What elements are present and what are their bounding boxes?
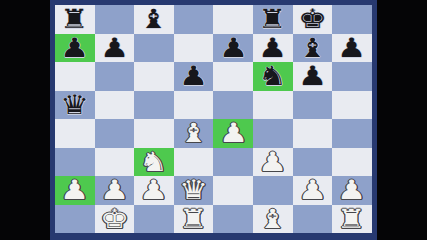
- square-a4[interactable]: [55, 119, 95, 148]
- white-pawn[interactable]: ♟: [100, 176, 129, 205]
- black-pawn[interactable]: ♟: [100, 33, 129, 62]
- square-d4[interactable]: ♝: [174, 119, 214, 148]
- square-f6[interactable]: ♞: [253, 62, 293, 91]
- square-d8[interactable]: [174, 5, 214, 34]
- square-h6[interactable]: [332, 62, 372, 91]
- white-pawn[interactable]: ♟: [139, 176, 168, 205]
- black-king[interactable]: ♚: [298, 5, 327, 34]
- square-c3[interactable]: ♞: [134, 148, 174, 177]
- square-e8[interactable]: [213, 5, 253, 34]
- white-queen[interactable]: ♛: [179, 176, 208, 205]
- black-bishop[interactable]: ♝: [139, 5, 168, 34]
- square-g1[interactable]: [293, 205, 333, 234]
- square-e7[interactable]: ♟: [213, 34, 253, 63]
- board-frame: ♜♝♜♚♟♟♟♟♝♟♟♞♟♛♝♟♞♟♟♟♟♛♟♟♚♜♝♜: [50, 0, 377, 240]
- video-frame: ♜♝♜♚♟♟♟♟♝♟♟♞♟♛♝♟♞♟♟♟♟♛♟♟♚♜♝♜: [0, 0, 427, 240]
- square-a1[interactable]: [55, 205, 95, 234]
- white-knight[interactable]: ♞: [139, 147, 168, 176]
- white-pawn[interactable]: ♟: [337, 176, 366, 205]
- square-e6[interactable]: [213, 62, 253, 91]
- square-c4[interactable]: [134, 119, 174, 148]
- square-d5[interactable]: [174, 91, 214, 120]
- square-g7[interactable]: ♝: [293, 34, 333, 63]
- square-g3[interactable]: [293, 148, 333, 177]
- square-e1[interactable]: [213, 205, 253, 234]
- square-h1[interactable]: ♜: [332, 205, 372, 234]
- square-a5[interactable]: ♛: [55, 91, 95, 120]
- white-bishop[interactable]: ♝: [258, 204, 287, 233]
- square-g5[interactable]: [293, 91, 333, 120]
- square-b7[interactable]: ♟: [95, 34, 135, 63]
- square-b4[interactable]: [95, 119, 135, 148]
- square-g6[interactable]: ♟: [293, 62, 333, 91]
- white-pawn[interactable]: ♟: [219, 119, 248, 148]
- square-b6[interactable]: [95, 62, 135, 91]
- white-rook[interactable]: ♜: [179, 204, 208, 233]
- square-d6[interactable]: ♟: [174, 62, 214, 91]
- black-rook[interactable]: ♜: [258, 5, 287, 34]
- square-h7[interactable]: ♟: [332, 34, 372, 63]
- white-pawn[interactable]: ♟: [258, 147, 287, 176]
- square-c5[interactable]: [134, 91, 174, 120]
- square-h4[interactable]: [332, 119, 372, 148]
- white-king[interactable]: ♚: [100, 204, 129, 233]
- square-c8[interactable]: ♝: [134, 5, 174, 34]
- white-bishop[interactable]: ♝: [179, 119, 208, 148]
- square-g8[interactable]: ♚: [293, 5, 333, 34]
- square-h8[interactable]: [332, 5, 372, 34]
- square-c2[interactable]: ♟: [134, 176, 174, 205]
- white-pawn[interactable]: ♟: [60, 176, 89, 205]
- square-f5[interactable]: [253, 91, 293, 120]
- black-pawn[interactable]: ♟: [337, 33, 366, 62]
- square-f4[interactable]: [253, 119, 293, 148]
- square-g2[interactable]: ♟: [293, 176, 333, 205]
- black-pawn[interactable]: ♟: [219, 33, 248, 62]
- square-c6[interactable]: [134, 62, 174, 91]
- square-f1[interactable]: ♝: [253, 205, 293, 234]
- square-f8[interactable]: ♜: [253, 5, 293, 34]
- square-d7[interactable]: [174, 34, 214, 63]
- square-a2[interactable]: ♟: [55, 176, 95, 205]
- chess-board: ♜♝♜♚♟♟♟♟♝♟♟♞♟♛♝♟♞♟♟♟♟♛♟♟♚♜♝♜: [55, 5, 372, 233]
- black-bishop[interactable]: ♝: [298, 33, 327, 62]
- black-rook[interactable]: ♜: [60, 5, 89, 34]
- black-pawn[interactable]: ♟: [60, 33, 89, 62]
- letterbox-right: [377, 0, 427, 240]
- black-pawn[interactable]: ♟: [258, 33, 287, 62]
- square-d3[interactable]: [174, 148, 214, 177]
- square-d2[interactable]: ♛: [174, 176, 214, 205]
- letterbox-left: [0, 0, 50, 240]
- square-a7[interactable]: ♟: [55, 34, 95, 63]
- square-b1[interactable]: ♚: [95, 205, 135, 234]
- square-d1[interactable]: ♜: [174, 205, 214, 234]
- square-c7[interactable]: [134, 34, 174, 63]
- black-pawn[interactable]: ♟: [179, 62, 208, 91]
- square-f7[interactable]: ♟: [253, 34, 293, 63]
- square-e2[interactable]: [213, 176, 253, 205]
- white-rook[interactable]: ♜: [337, 204, 366, 233]
- square-a3[interactable]: [55, 148, 95, 177]
- square-g4[interactable]: [293, 119, 333, 148]
- black-knight[interactable]: ♞: [258, 62, 287, 91]
- square-c1[interactable]: [134, 205, 174, 234]
- square-e5[interactable]: [213, 91, 253, 120]
- black-queen[interactable]: ♛: [60, 90, 89, 119]
- square-b5[interactable]: [95, 91, 135, 120]
- square-f3[interactable]: ♟: [253, 148, 293, 177]
- square-a8[interactable]: ♜: [55, 5, 95, 34]
- square-b3[interactable]: [95, 148, 135, 177]
- square-a6[interactable]: [55, 62, 95, 91]
- square-b2[interactable]: ♟: [95, 176, 135, 205]
- square-b8[interactable]: [95, 5, 135, 34]
- square-h5[interactable]: [332, 91, 372, 120]
- square-e4[interactable]: ♟: [213, 119, 253, 148]
- square-e3[interactable]: [213, 148, 253, 177]
- square-h2[interactable]: ♟: [332, 176, 372, 205]
- square-f2[interactable]: [253, 176, 293, 205]
- white-pawn[interactable]: ♟: [298, 176, 327, 205]
- square-h3[interactable]: [332, 148, 372, 177]
- black-pawn[interactable]: ♟: [298, 62, 327, 91]
